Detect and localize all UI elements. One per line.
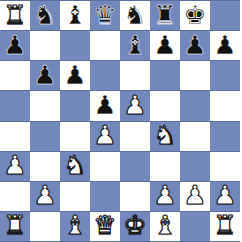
black-pawn[interactable]: ♟ <box>93 92 116 118</box>
square-d1[interactable]: ♛ <box>90 212 120 241</box>
white-rook[interactable]: ♜ <box>3 212 26 238</box>
square-b6[interactable]: ♟ <box>30 61 60 90</box>
square-b2[interactable]: ♟ <box>30 182 60 211</box>
square-g5[interactable] <box>180 91 210 120</box>
white-queen[interactable]: ♛ <box>93 212 116 238</box>
square-e3[interactable] <box>120 152 150 181</box>
square-g3[interactable] <box>180 152 210 181</box>
square-e5[interactable]: ♟ <box>120 91 150 120</box>
black-pawn[interactable]: ♟ <box>183 32 206 58</box>
square-h5[interactable] <box>210 91 240 120</box>
square-g6[interactable] <box>180 61 210 90</box>
square-g4[interactable] <box>180 122 210 151</box>
square-h7[interactable]: ♟ <box>210 31 240 60</box>
square-c3[interactable]: ♞ <box>60 152 90 181</box>
square-b3[interactable] <box>30 152 60 181</box>
white-pawn[interactable]: ♟ <box>123 92 146 118</box>
black-rook[interactable]: ♜ <box>153 2 176 28</box>
black-knight[interactable]: ♞ <box>123 2 146 28</box>
square-f3[interactable] <box>150 152 180 181</box>
square-e7[interactable]: ♝ <box>120 31 150 60</box>
square-f6[interactable] <box>150 61 180 90</box>
square-a6[interactable] <box>0 61 30 90</box>
square-f5[interactable] <box>150 91 180 120</box>
white-pawn[interactable]: ♟ <box>183 182 206 208</box>
black-king[interactable]: ♚ <box>183 2 206 28</box>
black-bishop[interactable]: ♝ <box>123 32 146 58</box>
square-c1[interactable]: ♝ <box>60 212 90 241</box>
chess-board: ♜♞♝♛♞♜♚♟♝♟♟♟♟♟♟♟♟♞♟♞♟♟♟♟♜♝♛♚♝♜ <box>0 0 240 242</box>
square-e8[interactable]: ♞ <box>120 1 150 30</box>
square-b5[interactable] <box>30 91 60 120</box>
square-e4[interactable] <box>120 122 150 151</box>
white-king[interactable]: ♚ <box>123 212 146 238</box>
square-e1[interactable]: ♚ <box>120 212 150 241</box>
square-c2[interactable] <box>60 182 90 211</box>
square-a2[interactable] <box>0 182 30 211</box>
square-b7[interactable] <box>30 31 60 60</box>
square-d2[interactable] <box>90 182 120 211</box>
black-bishop[interactable]: ♝ <box>63 2 86 28</box>
square-e6[interactable] <box>120 61 150 90</box>
square-h2[interactable]: ♟ <box>210 182 240 211</box>
black-pawn[interactable]: ♟ <box>153 32 176 58</box>
square-c7[interactable] <box>60 31 90 60</box>
square-b4[interactable] <box>30 122 60 151</box>
square-h6[interactable] <box>210 61 240 90</box>
white-pawn[interactable]: ♟ <box>153 182 176 208</box>
square-g1[interactable] <box>180 212 210 241</box>
black-pawn[interactable]: ♟ <box>63 62 86 88</box>
white-rook[interactable]: ♜ <box>213 212 236 238</box>
square-a1[interactable]: ♜ <box>0 212 30 241</box>
square-h3[interactable] <box>210 152 240 181</box>
square-b1[interactable] <box>30 212 60 241</box>
square-f8[interactable]: ♜ <box>150 1 180 30</box>
black-pawn[interactable]: ♟ <box>33 62 56 88</box>
square-g8[interactable]: ♚ <box>180 1 210 30</box>
square-a8[interactable]: ♜ <box>0 1 30 30</box>
square-d8[interactable]: ♛ <box>90 1 120 30</box>
square-f4[interactable]: ♞ <box>150 122 180 151</box>
square-c4[interactable] <box>60 122 90 151</box>
square-g7[interactable]: ♟ <box>180 31 210 60</box>
white-knight[interactable]: ♞ <box>63 152 86 178</box>
square-a3[interactable]: ♟ <box>0 152 30 181</box>
square-d5[interactable]: ♟ <box>90 91 120 120</box>
square-d7[interactable] <box>90 31 120 60</box>
square-c6[interactable]: ♟ <box>60 61 90 90</box>
white-bishop[interactable]: ♝ <box>153 212 176 238</box>
white-pawn[interactable]: ♟ <box>33 182 56 208</box>
square-a7[interactable]: ♟ <box>0 31 30 60</box>
square-f7[interactable]: ♟ <box>150 31 180 60</box>
white-bishop[interactable]: ♝ <box>63 212 86 238</box>
square-a4[interactable] <box>0 122 30 151</box>
black-knight[interactable]: ♞ <box>33 2 56 28</box>
square-h1[interactable]: ♜ <box>210 212 240 241</box>
square-d3[interactable] <box>90 152 120 181</box>
black-queen[interactable]: ♛ <box>93 2 116 28</box>
black-pawn[interactable]: ♟ <box>3 32 26 58</box>
square-d4[interactable]: ♟ <box>90 122 120 151</box>
white-pawn[interactable]: ♟ <box>93 122 116 148</box>
square-e2[interactable] <box>120 182 150 211</box>
square-f2[interactable]: ♟ <box>150 182 180 211</box>
black-pawn[interactable]: ♟ <box>213 32 236 58</box>
white-knight[interactable]: ♞ <box>153 122 176 148</box>
white-rook[interactable]: ♜ <box>3 2 26 28</box>
square-d6[interactable] <box>90 61 120 90</box>
square-h4[interactable] <box>210 122 240 151</box>
white-pawn[interactable]: ♟ <box>213 182 236 208</box>
white-pawn[interactable]: ♟ <box>3 152 26 178</box>
square-a5[interactable] <box>0 91 30 120</box>
square-g2[interactable]: ♟ <box>180 182 210 211</box>
square-c8[interactable]: ♝ <box>60 1 90 30</box>
square-c5[interactable] <box>60 91 90 120</box>
square-f1[interactable]: ♝ <box>150 212 180 241</box>
square-h8[interactable] <box>210 1 240 30</box>
square-b8[interactable]: ♞ <box>30 1 60 30</box>
